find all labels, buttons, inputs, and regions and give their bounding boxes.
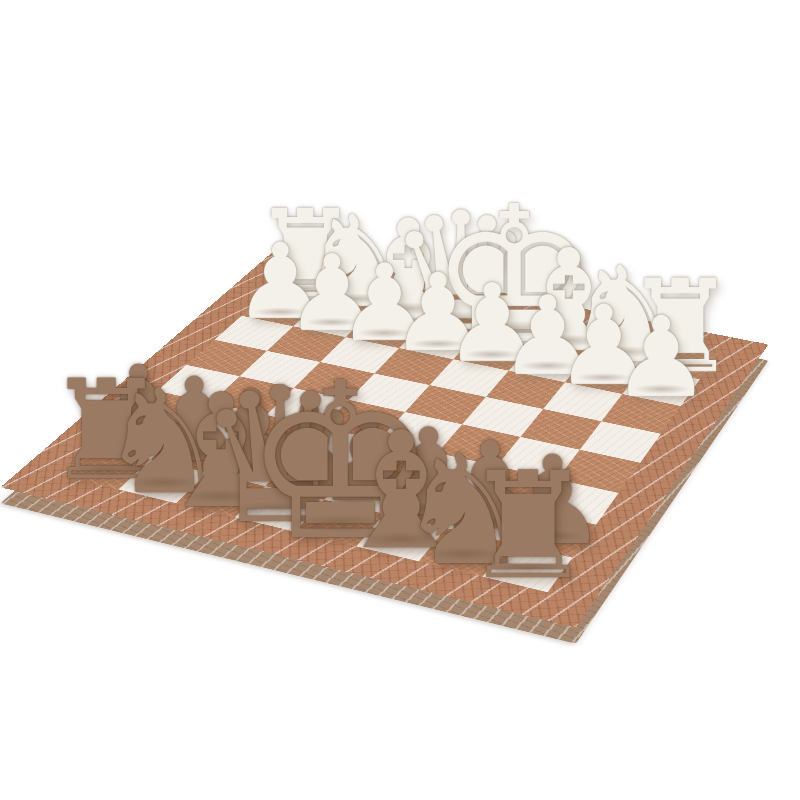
chess-set-scene: ♜♞♝♛♚♝♞♜♟♟♟♟♟♟♟♟♟♟♟♟♟♟♟♟♜♞♝♛♚♝♞♜ bbox=[0, 0, 800, 800]
chess-board bbox=[0, 249, 768, 628]
